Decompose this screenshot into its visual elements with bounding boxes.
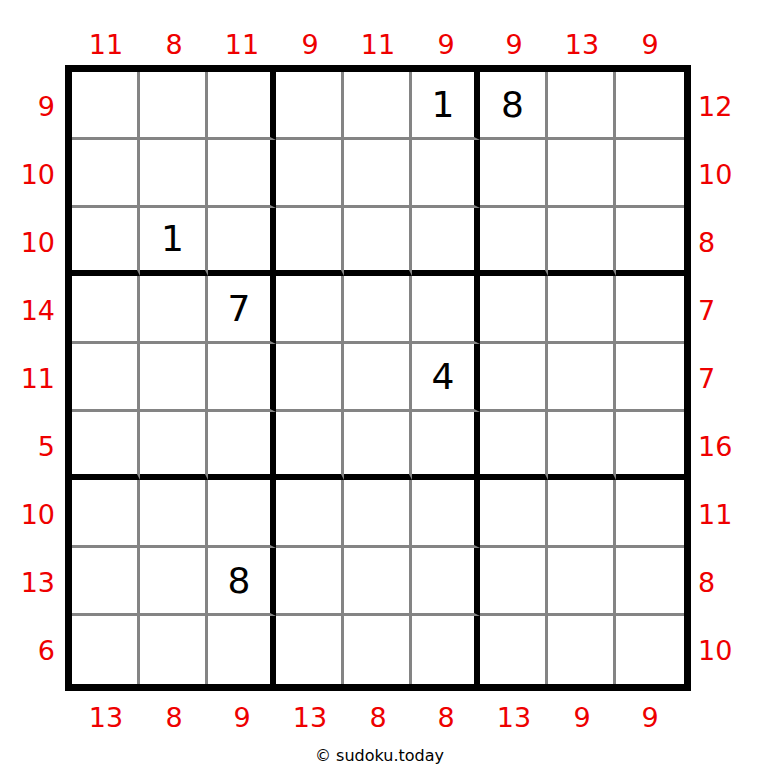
cell-r4c5[interactable] (344, 276, 412, 344)
cell-r9c4[interactable] (276, 616, 344, 684)
cell-r2c3[interactable] (208, 140, 276, 208)
sum-clue-right-4: 7 (698, 276, 758, 344)
cell-r9c9[interactable] (616, 616, 684, 684)
cell-r9c2[interactable] (140, 616, 208, 684)
given-digit: 8 (501, 87, 524, 123)
sum-clue-bottom-1: 13 (72, 699, 140, 735)
cell-r6c9[interactable] (616, 412, 684, 480)
cell-r9c1[interactable] (72, 616, 140, 684)
cell-r3c2[interactable]: 1 (140, 208, 208, 276)
cell-r7c1[interactable] (72, 480, 140, 548)
cell-r3c4[interactable] (276, 208, 344, 276)
cell-r4c7[interactable] (480, 276, 548, 344)
sum-clue-top-6: 9 (412, 26, 480, 62)
sum-clue-top-1: 11 (72, 26, 140, 62)
sum-clue-top-5: 11 (344, 26, 412, 62)
cell-r7c2[interactable] (140, 480, 208, 548)
given-digit: 7 (228, 291, 251, 327)
sum-clue-bottom-2: 8 (140, 699, 208, 735)
given-digit: 8 (228, 563, 251, 599)
cell-r6c8[interactable] (548, 412, 616, 480)
sum-clue-right-7: 11 (698, 480, 758, 548)
sum-clue-left-9: 6 (0, 616, 55, 684)
cell-r4c1[interactable] (72, 276, 140, 344)
cell-r2c1[interactable] (72, 140, 140, 208)
cell-r4c8[interactable] (548, 276, 616, 344)
cell-r5c4[interactable] (276, 344, 344, 412)
cell-r2c8[interactable] (548, 140, 616, 208)
cell-r1c3[interactable] (208, 72, 276, 140)
given-digit: 1 (161, 221, 184, 257)
cell-r7c9[interactable] (616, 480, 684, 548)
cell-r8c5[interactable] (344, 548, 412, 616)
cell-r9c8[interactable] (548, 616, 616, 684)
cell-r7c6[interactable] (412, 480, 480, 548)
cell-r3c3[interactable] (208, 208, 276, 276)
sum-clue-left-3: 10 (0, 208, 55, 276)
cell-r4c3[interactable]: 7 (208, 276, 276, 344)
cell-r9c7[interactable] (480, 616, 548, 684)
cell-r4c6[interactable] (412, 276, 480, 344)
cell-r1c1[interactable] (72, 72, 140, 140)
sum-clue-left-4: 14 (0, 276, 55, 344)
cell-r5c2[interactable] (140, 344, 208, 412)
cell-r7c8[interactable] (548, 480, 616, 548)
cell-r5c5[interactable] (344, 344, 412, 412)
cell-r3c8[interactable] (548, 208, 616, 276)
sum-clue-bottom-4: 13 (276, 699, 344, 735)
cell-r5c3[interactable] (208, 344, 276, 412)
cell-r1c2[interactable] (140, 72, 208, 140)
sum-clue-top-3: 11 (208, 26, 276, 62)
cell-r8c8[interactable] (548, 548, 616, 616)
cell-r5c8[interactable] (548, 344, 616, 412)
cell-r8c6[interactable] (412, 548, 480, 616)
cell-r9c6[interactable] (412, 616, 480, 684)
sum-clue-right-6: 16 (698, 412, 758, 480)
cell-r4c9[interactable] (616, 276, 684, 344)
cell-r5c7[interactable] (480, 344, 548, 412)
sum-clue-left-5: 11 (0, 344, 55, 412)
sum-clue-right-2: 10 (698, 140, 758, 208)
top-sum-clues: 1181191199139 (72, 26, 684, 62)
bottom-sum-clues: 138913881399 (72, 699, 684, 735)
cell-r6c7[interactable] (480, 412, 548, 480)
cell-r1c5[interactable] (344, 72, 412, 140)
cell-r5c6[interactable]: 4 (412, 344, 480, 412)
given-digit: 1 (432, 87, 455, 123)
sum-clue-bottom-6: 8 (412, 699, 480, 735)
sum-clue-left-1: 9 (0, 72, 55, 140)
cell-r4c4[interactable] (276, 276, 344, 344)
sum-clue-bottom-8: 9 (548, 699, 616, 735)
sum-clue-bottom-9: 9 (616, 699, 684, 735)
cell-r6c3[interactable] (208, 412, 276, 480)
cell-r9c3[interactable] (208, 616, 276, 684)
footer-credit: © sudoku.today (0, 746, 759, 765)
cell-r7c3[interactable] (208, 480, 276, 548)
sum-clue-top-4: 9 (276, 26, 344, 62)
cell-r3c9[interactable] (616, 208, 684, 276)
sum-clue-left-7: 10 (0, 480, 55, 548)
cell-r6c1[interactable] (72, 412, 140, 480)
cell-r6c4[interactable] (276, 412, 344, 480)
sum-clue-bottom-7: 13 (480, 699, 548, 735)
sum-clue-right-9: 10 (698, 616, 758, 684)
cell-r6c2[interactable] (140, 412, 208, 480)
cell-r3c6[interactable] (412, 208, 480, 276)
sum-clue-right-1: 12 (698, 72, 758, 140)
given-digit: 4 (432, 359, 455, 395)
sum-clue-bottom-5: 8 (344, 699, 412, 735)
cell-r8c2[interactable] (140, 548, 208, 616)
sum-clue-right-8: 8 (698, 548, 758, 616)
cell-r8c1[interactable] (72, 548, 140, 616)
frame-sudoku-puzzle: 1181191199139 910101411510136 181748 121… (0, 0, 759, 779)
sum-clue-top-2: 8 (140, 26, 208, 62)
cell-r1c9[interactable] (616, 72, 684, 140)
cell-r5c1[interactable] (72, 344, 140, 412)
sudoku-board: 181748 (65, 65, 691, 691)
cell-r8c3[interactable]: 8 (208, 548, 276, 616)
sum-clue-left-8: 13 (0, 548, 55, 616)
sum-clue-right-5: 7 (698, 344, 758, 412)
sum-clue-bottom-3: 9 (208, 699, 276, 735)
cell-r2c2[interactable] (140, 140, 208, 208)
sum-clue-right-3: 8 (698, 208, 758, 276)
sum-clue-top-9: 9 (616, 26, 684, 62)
cell-r3c5[interactable] (344, 208, 412, 276)
cell-r8c9[interactable] (616, 548, 684, 616)
left-sum-clues: 910101411510136 (0, 72, 55, 684)
cell-r1c4[interactable] (276, 72, 344, 140)
cell-r7c5[interactable] (344, 480, 412, 548)
cell-r7c7[interactable] (480, 480, 548, 548)
cell-r9c5[interactable] (344, 616, 412, 684)
cell-r8c4[interactable] (276, 548, 344, 616)
cell-r6c5[interactable] (344, 412, 412, 480)
cell-r4c2[interactable] (140, 276, 208, 344)
sum-clue-left-2: 10 (0, 140, 55, 208)
cell-r3c1[interactable] (72, 208, 140, 276)
cell-r1c6[interactable]: 1 (412, 72, 480, 140)
cell-r2c6[interactable] (412, 140, 480, 208)
right-sum-clues: 12108771611810 (698, 72, 758, 684)
cell-r5c9[interactable] (616, 344, 684, 412)
cell-r3c7[interactable] (480, 208, 548, 276)
cell-r6c6[interactable] (412, 412, 480, 480)
cell-r8c7[interactable] (480, 548, 548, 616)
sum-clue-top-7: 9 (480, 26, 548, 62)
cell-r1c8[interactable] (548, 72, 616, 140)
cell-r2c5[interactable] (344, 140, 412, 208)
cell-r1c7[interactable]: 8 (480, 72, 548, 140)
sum-clue-left-6: 5 (0, 412, 55, 480)
sum-clue-top-8: 13 (548, 26, 616, 62)
cell-r7c4[interactable] (276, 480, 344, 548)
cell-r2c4[interactable] (276, 140, 344, 208)
cell-r2c9[interactable] (616, 140, 684, 208)
cell-r2c7[interactable] (480, 140, 548, 208)
